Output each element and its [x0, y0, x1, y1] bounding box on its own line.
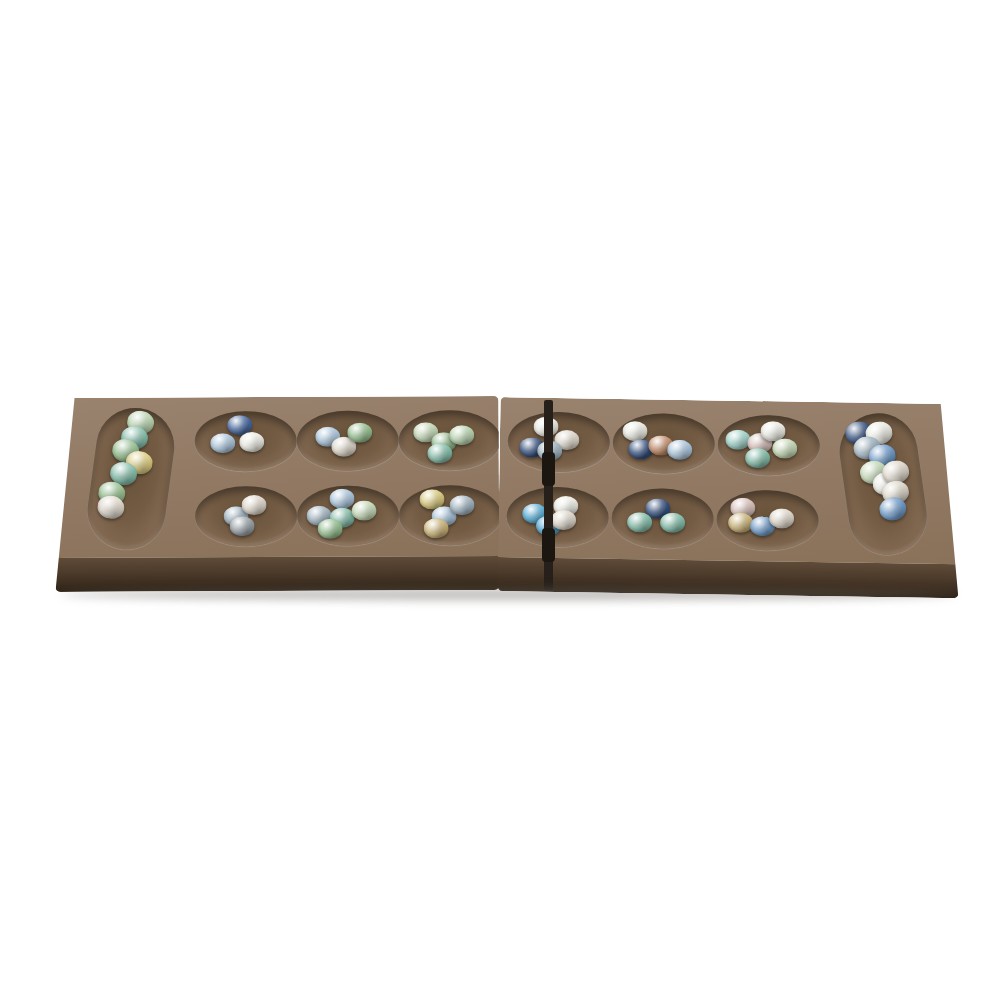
glass-stone-palegreen: [772, 438, 797, 458]
left-half-playing-surface: [55, 396, 500, 558]
pit-top-1[interactable]: [195, 410, 297, 470]
glass-stone-lightblue: [667, 439, 692, 459]
glass-stone-amber: [423, 518, 448, 538]
glass-stone-teal: [427, 443, 452, 463]
pit-top-2[interactable]: [297, 410, 399, 470]
product-photo-background: [0, 0, 1000, 1000]
mancala-board: [55, 397, 961, 593]
glass-stone-pearl: [551, 510, 576, 530]
latch-knob-icon: [952, 496, 963, 509]
pit-bottom-4[interactable]: [506, 486, 609, 548]
glass-stone-gray: [230, 516, 255, 536]
glass-stone-pearl: [769, 509, 794, 529]
pit-bottom-5[interactable]: [611, 487, 714, 549]
glass-stone-white: [622, 420, 647, 440]
glass-stone-bluegray: [450, 495, 475, 515]
pit-top-3[interactable]: [399, 410, 501, 470]
pit-bottom-6[interactable]: [716, 489, 819, 551]
glass-stone-green: [347, 423, 372, 443]
pit-bottom-1[interactable]: [195, 485, 297, 545]
glass-stone-aqua: [725, 429, 750, 449]
glass-stone-green: [317, 518, 342, 538]
pit-bottom-3[interactable]: [399, 485, 501, 545]
right-half-playing-surface: [498, 397, 961, 564]
pit-top-4[interactable]: [507, 411, 610, 473]
glass-stone-white: [239, 432, 264, 452]
pit-bottom-2[interactable]: [297, 485, 399, 545]
latch-hook-icon: [37, 453, 58, 491]
left-half-front-edge: [55, 556, 499, 592]
glass-stone-lightgreen: [449, 425, 474, 445]
board-left-half: [55, 396, 500, 592]
glass-stone-lightblue: [210, 433, 235, 453]
glass-stone-amber: [728, 513, 753, 533]
glass-stone-teal: [745, 448, 770, 468]
hinge: [544, 400, 553, 590]
pit-top-5[interactable]: [612, 412, 715, 474]
board-shadow: [60, 589, 956, 600]
glass-stone-lightblue: [329, 488, 354, 508]
hinge-knuckle-icon: [542, 452, 555, 486]
board-right-half: [497, 397, 961, 598]
glass-stone-palegreen: [352, 500, 377, 520]
mancala-store-right[interactable]: [835, 408, 932, 560]
hinge-knuckle-icon: [542, 528, 555, 562]
glass-stone-pearl: [242, 495, 267, 515]
glass-stone-teal: [660, 513, 685, 533]
pit-top-6[interactable]: [717, 414, 820, 476]
glass-stone-teal: [627, 512, 652, 532]
mancala-store-left[interactable]: [83, 403, 179, 554]
